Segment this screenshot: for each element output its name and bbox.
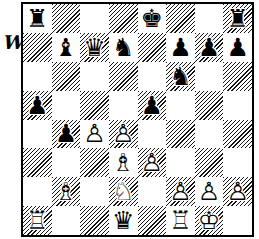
piece-white-king-g1: ♚♔	[198, 208, 220, 233]
piece-white-pawn-d4: ♟♙	[112, 121, 134, 146]
piece-white-pawn-e3: ♟♙	[141, 150, 163, 175]
square-a2[interactable]	[23, 177, 52, 206]
square-c7[interactable]: ♛	[80, 33, 109, 62]
square-h4[interactable]	[223, 120, 252, 149]
square-b4[interactable]: ♟	[52, 120, 81, 149]
square-c6[interactable]	[80, 62, 109, 91]
piece-black-queen-d1: ♛	[112, 208, 134, 233]
square-e2[interactable]	[138, 177, 167, 206]
piece-white-pawn-h2: ♟♙	[226, 179, 248, 204]
square-d1[interactable]: ♛	[109, 206, 138, 235]
square-e6[interactable]	[138, 62, 167, 91]
piece-outline-layer: ♔	[198, 206, 220, 235]
piece-outline-layer: ♘	[112, 177, 134, 206]
square-a1[interactable]: ♜♖	[23, 206, 52, 235]
square-g8[interactable]	[195, 4, 224, 33]
piece-white-rook-f1: ♜♖	[169, 208, 191, 233]
square-a6[interactable]	[23, 62, 52, 91]
square-h5[interactable]	[223, 91, 252, 120]
square-e5[interactable]: ♟	[138, 91, 167, 120]
piece-outline-layer: ♙	[198, 177, 220, 206]
piece-outline-layer: ♖	[169, 206, 191, 235]
square-d7[interactable]: ♞	[109, 33, 138, 62]
square-b8[interactable]	[52, 4, 81, 33]
piece-outline-layer: ♙	[141, 148, 163, 177]
square-b3[interactable]	[52, 148, 81, 177]
square-b6[interactable]	[52, 62, 81, 91]
piece-black-bishop-b7: ♝	[55, 35, 77, 60]
piece-white-rook-a1: ♜♖	[26, 208, 48, 233]
square-h2[interactable]: ♟♙	[223, 177, 252, 206]
square-d8[interactable]	[109, 4, 138, 33]
square-a5[interactable]: ♟	[23, 91, 52, 120]
piece-outline-layer: ♗	[112, 148, 134, 177]
piece-white-pawn-f2: ♟♙	[169, 179, 191, 204]
square-d2[interactable]: ♞♘	[109, 177, 138, 206]
square-f6[interactable]: ♞	[166, 62, 195, 91]
square-f8[interactable]	[166, 4, 195, 33]
square-b2[interactable]: ♝♗	[52, 177, 81, 206]
square-h7[interactable]: ♟	[223, 33, 252, 62]
piece-outline-layer: ♙	[169, 177, 191, 206]
piece-black-queen-c7: ♛	[83, 35, 105, 60]
piece-outline-layer: ♖	[26, 206, 48, 235]
piece-white-pawn-c4: ♟♙	[83, 121, 105, 146]
piece-black-king-e8: ♚	[141, 6, 163, 31]
piece-outline-layer: ♙	[112, 120, 134, 149]
square-g5[interactable]	[195, 91, 224, 120]
square-c1[interactable]	[80, 206, 109, 235]
square-a7[interactable]	[23, 33, 52, 62]
square-c3[interactable]	[80, 148, 109, 177]
square-f3[interactable]	[166, 148, 195, 177]
square-g7[interactable]: ♟	[195, 33, 224, 62]
chess-diagram-page: W ♜♚♜♝♛♞♟♟♟♞♟♟♟♟♙♟♙♝♗♟♙♝♗♞♘♟♙♟♙♟♙♜♖♛♜♖♚♔	[0, 0, 259, 239]
piece-white-bishop-d3: ♝♗	[112, 150, 134, 175]
piece-black-pawn-b4: ♟	[55, 121, 77, 146]
piece-black-rook-a8: ♜	[26, 6, 48, 31]
square-e8[interactable]: ♚	[138, 4, 167, 33]
square-h8[interactable]: ♜	[223, 4, 252, 33]
piece-outline-layer: ♙	[226, 177, 248, 206]
square-c2[interactable]	[80, 177, 109, 206]
piece-black-rook-h8: ♜	[226, 6, 248, 31]
square-f1[interactable]: ♜♖	[166, 206, 195, 235]
square-g1[interactable]: ♚♔	[195, 206, 224, 235]
chess-board: ♜♚♜♝♛♞♟♟♟♞♟♟♟♟♙♟♙♝♗♟♙♝♗♞♘♟♙♟♙♟♙♜♖♛♜♖♚♔	[21, 2, 254, 237]
square-d4[interactable]: ♟♙	[109, 120, 138, 149]
square-a4[interactable]	[23, 120, 52, 149]
piece-black-pawn-f7: ♟	[169, 35, 191, 60]
piece-black-pawn-g7: ♟	[198, 35, 220, 60]
square-f7[interactable]: ♟	[166, 33, 195, 62]
square-c4[interactable]: ♟♙	[80, 120, 109, 149]
square-f2[interactable]: ♟♙	[166, 177, 195, 206]
square-c5[interactable]	[80, 91, 109, 120]
square-f4[interactable]	[166, 120, 195, 149]
piece-white-bishop-b2: ♝♗	[55, 179, 77, 204]
square-a8[interactable]: ♜	[23, 4, 52, 33]
square-e1[interactable]	[138, 206, 167, 235]
square-c8[interactable]	[80, 4, 109, 33]
piece-black-knight-f6: ♞	[169, 64, 191, 89]
square-e4[interactable]	[138, 120, 167, 149]
square-g2[interactable]: ♟♙	[195, 177, 224, 206]
piece-black-knight-d7: ♞	[112, 35, 134, 60]
square-d6[interactable]	[109, 62, 138, 91]
square-b5[interactable]	[52, 91, 81, 120]
square-g4[interactable]	[195, 120, 224, 149]
square-b7[interactable]: ♝	[52, 33, 81, 62]
square-h1[interactable]	[223, 206, 252, 235]
square-g6[interactable]	[195, 62, 224, 91]
square-d3[interactable]: ♝♗	[109, 148, 138, 177]
piece-outline-layer: ♗	[55, 177, 77, 206]
square-d5[interactable]	[109, 91, 138, 120]
piece-white-pawn-g2: ♟♙	[198, 179, 220, 204]
piece-white-knight-d2: ♞♘	[112, 179, 134, 204]
piece-black-pawn-e5: ♟	[141, 93, 163, 118]
piece-black-pawn-h7: ♟	[226, 35, 248, 60]
piece-black-pawn-a5: ♟	[26, 93, 48, 118]
square-e7[interactable]	[138, 33, 167, 62]
piece-outline-layer: ♙	[83, 120, 105, 149]
square-f5[interactable]	[166, 91, 195, 120]
square-a3[interactable]	[23, 148, 52, 177]
square-h6[interactable]	[223, 62, 252, 91]
square-h3[interactable]	[223, 148, 252, 177]
square-g3[interactable]	[195, 148, 224, 177]
square-b1[interactable]	[52, 206, 81, 235]
square-e3[interactable]: ♟♙	[138, 148, 167, 177]
side-to-move-label: W	[2, 31, 22, 53]
